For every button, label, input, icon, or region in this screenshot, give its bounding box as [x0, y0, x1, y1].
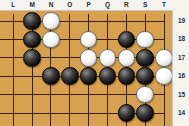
top-coordinate-strip: LMNOPQRST: [0, 0, 189, 11]
go-board: [0, 0, 189, 126]
col-label-R: R: [117, 0, 136, 10]
point-M18[interactable]: [23, 30, 42, 48]
col-label-Q: Q: [98, 0, 117, 10]
point-L18[interactable]: [4, 30, 23, 48]
point-N15[interactable]: [42, 85, 61, 103]
black-stone-Q16: [99, 67, 117, 85]
white-stone-S18: [136, 31, 154, 49]
black-stone-N16: [42, 67, 60, 85]
point-M14[interactable]: [23, 104, 42, 122]
point-P19[interactable]: [79, 12, 98, 30]
point-S17[interactable]: [136, 49, 155, 67]
point-R19[interactable]: [117, 12, 136, 30]
white-stone-T16: [155, 67, 173, 85]
row-label-17: 17: [173, 53, 189, 63]
point-P14[interactable]: [79, 104, 98, 122]
black-stone-R16: [118, 67, 136, 85]
point-M15[interactable]: [23, 85, 42, 103]
point-L19[interactable]: [4, 12, 23, 30]
stone-grid: [4, 12, 173, 122]
row-label-14: 14: [173, 108, 189, 118]
col-label-N: N: [42, 0, 61, 10]
point-O16[interactable]: [60, 67, 79, 85]
point-R17[interactable]: [117, 49, 136, 67]
white-stone-P17: [80, 49, 98, 67]
point-O18[interactable]: [60, 30, 79, 48]
black-stone-P16: [80, 67, 98, 85]
row-label-19: 19: [173, 16, 189, 26]
point-T15[interactable]: [155, 85, 174, 103]
black-stone-M18: [23, 31, 41, 49]
point-T16[interactable]: [155, 67, 174, 85]
white-stone-Q17: [99, 49, 117, 67]
point-O17[interactable]: [60, 49, 79, 67]
point-Q19[interactable]: [98, 12, 117, 30]
point-R16[interactable]: [117, 67, 136, 85]
black-stone-R14: [118, 104, 136, 122]
point-Q15[interactable]: [98, 85, 117, 103]
row-label-15: 15: [173, 90, 189, 100]
point-O15[interactable]: [60, 85, 79, 103]
point-T14[interactable]: [155, 104, 174, 122]
col-label-P: P: [79, 0, 98, 10]
point-Q18[interactable]: [98, 30, 117, 48]
white-stone-R17: [118, 49, 136, 67]
point-P18[interactable]: [79, 30, 98, 48]
point-O14[interactable]: [60, 104, 79, 122]
row-label-16: 16: [173, 71, 189, 81]
row-label-18: 18: [173, 34, 189, 44]
black-stone-M19: [23, 12, 41, 30]
point-N14[interactable]: [42, 104, 61, 122]
point-N16[interactable]: [42, 67, 61, 85]
black-stone-S14: [136, 104, 154, 122]
col-label-S: S: [136, 0, 155, 10]
point-T19[interactable]: [155, 12, 174, 30]
white-stone-S15: [136, 86, 154, 104]
col-label-T: T: [155, 0, 174, 10]
point-S15[interactable]: [136, 85, 155, 103]
point-S14[interactable]: [136, 104, 155, 122]
point-M16[interactable]: [23, 67, 42, 85]
black-stone-R18: [118, 31, 136, 49]
point-Q17[interactable]: [98, 49, 117, 67]
point-T17[interactable]: [155, 49, 174, 67]
point-L16[interactable]: [4, 67, 23, 85]
white-stone-T17: [155, 49, 173, 67]
black-stone-O16: [61, 67, 79, 85]
go-app-screen: LMNOPQRST 191817161514: [0, 0, 189, 126]
black-stone-S16: [136, 67, 154, 85]
point-M17[interactable]: [23, 49, 42, 67]
right-coordinate-strip: 191817161514: [172, 10, 189, 126]
point-M19[interactable]: [23, 12, 42, 30]
point-Q16[interactable]: [98, 67, 117, 85]
point-R14[interactable]: [117, 104, 136, 122]
white-stone-N19: [42, 12, 60, 30]
point-P16[interactable]: [79, 67, 98, 85]
point-N19[interactable]: [42, 12, 61, 30]
point-P17[interactable]: [79, 49, 98, 67]
point-P15[interactable]: [79, 85, 98, 103]
white-stone-P18: [80, 31, 98, 49]
black-stone-M17: [23, 49, 41, 67]
point-L17[interactable]: [4, 49, 23, 67]
col-label-O: O: [60, 0, 79, 10]
black-stone-S17: [136, 49, 154, 67]
col-label-M: M: [23, 0, 42, 10]
col-label-L: L: [4, 0, 23, 10]
point-T18[interactable]: [155, 30, 174, 48]
point-S19[interactable]: [136, 12, 155, 30]
point-L15[interactable]: [4, 85, 23, 103]
point-R18[interactable]: [117, 30, 136, 48]
point-S18[interactable]: [136, 30, 155, 48]
point-S16[interactable]: [136, 67, 155, 85]
point-R15[interactable]: [117, 85, 136, 103]
point-L14[interactable]: [4, 104, 23, 122]
point-Q14[interactable]: [98, 104, 117, 122]
point-O19[interactable]: [60, 12, 79, 30]
point-N17[interactable]: [42, 49, 61, 67]
white-stone-N18: [42, 31, 60, 49]
point-N18[interactable]: [42, 30, 61, 48]
